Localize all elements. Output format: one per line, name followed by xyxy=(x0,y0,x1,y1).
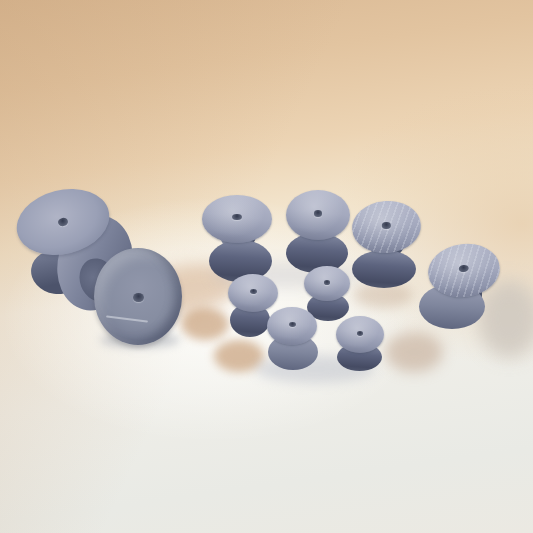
spool-top-flange xyxy=(202,195,272,243)
spool-center-hole-icon xyxy=(232,214,242,220)
spool-center-hole-icon xyxy=(324,280,330,285)
lying-spool-front-flange xyxy=(94,248,182,345)
spool-small-3 xyxy=(267,307,317,371)
spool-top-flange xyxy=(267,307,317,345)
spool-center-hole-icon xyxy=(314,210,323,217)
spool-medium-2 xyxy=(286,190,350,278)
spool-top-flange xyxy=(350,198,423,256)
spool-center-hole-icon xyxy=(357,331,364,336)
spool-top-flange xyxy=(286,190,350,240)
spool-top-flange xyxy=(304,266,350,301)
spool-small-4 xyxy=(336,316,384,374)
spool-large-lying-cluster xyxy=(10,185,190,350)
spool-medium-4 xyxy=(428,244,500,352)
spool-medium-3 xyxy=(352,201,421,289)
spool-center-hole-icon xyxy=(133,293,144,303)
spool-center-hole-icon xyxy=(250,289,257,294)
spool-top-flange xyxy=(336,316,384,353)
spool-center-hole-icon xyxy=(58,217,69,227)
spool-bottom-flange xyxy=(352,250,416,288)
spool-center-hole-icon xyxy=(289,322,296,327)
photo-of-gray-spools xyxy=(0,0,533,533)
scratch-mark xyxy=(106,315,148,322)
